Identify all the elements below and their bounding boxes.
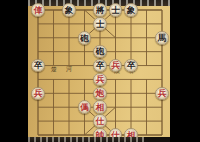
piece-character: 砲 — [96, 47, 105, 56]
piece-red-cannon-f5r6[interactable]: 炮 — [93, 87, 107, 101]
piece-character: 仕 — [96, 116, 105, 125]
piece-character: 卒 — [34, 61, 43, 70]
piece-black-horse-f9r2[interactable]: 馬 — [155, 31, 169, 45]
piece-character: 士 — [111, 5, 120, 14]
piece-black-advisor-f5r1[interactable]: 士 — [93, 17, 107, 31]
piece-character: 兵 — [34, 89, 43, 98]
piece-red-advisor-f5r8[interactable]: 仕 — [93, 114, 107, 128]
piece-character: 相 — [96, 102, 105, 111]
piece-red-soldier-f1r6[interactable]: 兵 — [31, 87, 45, 101]
piece-red-chariot-f1r0[interactable]: 俥 — [31, 3, 45, 17]
piece-black-cannon-f5r3[interactable]: 砲 — [93, 45, 107, 59]
piece-character: 卒 — [96, 61, 105, 70]
piece-black-elephant-f3r0[interactable]: 象 — [62, 3, 76, 17]
board-photo: 楚河 漢界 俥象將士象士砲馬砲卒卒兵卒兵兵炮兵傌相仕帥仕相 — [28, 0, 170, 142]
piece-character: 卒 — [127, 61, 136, 70]
piece-black-advisor-f6r0[interactable]: 士 — [109, 3, 123, 17]
piece-black-soldier-f7r4[interactable]: 卒 — [124, 59, 138, 73]
piece-character: 炮 — [96, 89, 105, 98]
piece-character: 馬 — [158, 33, 167, 42]
piece-character: 俥 — [34, 5, 43, 14]
piece-character: 兵 — [111, 61, 120, 70]
pieces-layer: 俥象將士象士砲馬砲卒卒兵卒兵兵炮兵傌相仕帥仕相 — [28, 0, 170, 142]
piece-red-horse-f4r7[interactable]: 傌 — [78, 100, 92, 114]
piece-character: 砲 — [80, 33, 89, 42]
board-bottom-edge — [28, 137, 170, 142]
piece-character: 將 — [96, 5, 105, 14]
piece-black-elephant-f7r0[interactable]: 象 — [124, 3, 138, 17]
piece-character: 兵 — [96, 75, 105, 84]
piece-black-soldier-f5r4[interactable]: 卒 — [93, 59, 107, 73]
piece-red-soldier-f6r4[interactable]: 兵 — [109, 59, 123, 73]
piece-character: 象 — [65, 5, 74, 14]
piece-black-cannon-f4r2[interactable]: 砲 — [78, 31, 92, 45]
piece-character: 士 — [96, 19, 105, 28]
piece-red-elephant-f5r7[interactable]: 相 — [93, 100, 107, 114]
piece-black-general-f5r0[interactable]: 將 — [93, 3, 107, 17]
piece-character: 兵 — [158, 89, 167, 98]
screenshot-stage: 楚河 漢界 俥象將士象士砲馬砲卒卒兵卒兵兵炮兵傌相仕帥仕相 — [0, 0, 200, 142]
piece-character: 象 — [127, 5, 136, 14]
piece-black-soldier-f1r4[interactable]: 卒 — [31, 59, 45, 73]
piece-red-soldier-f9r6[interactable]: 兵 — [155, 87, 169, 101]
piece-character: 傌 — [80, 102, 89, 111]
piece-red-soldier-f5r5[interactable]: 兵 — [93, 73, 107, 87]
